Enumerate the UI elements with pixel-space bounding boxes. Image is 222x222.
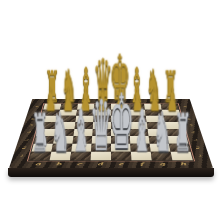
piece-silver-rook[interactable]: ♜ [31,107,48,160]
file-label-f: f [132,161,153,167]
file-label-d: d [90,161,111,167]
file-labels-near: abcdefgh [27,161,195,167]
square-a1[interactable]: ♜ [29,152,51,160]
piece-silver-knight[interactable]: ♞ [51,104,69,159]
file-label-a: a [27,161,49,167]
board-3d-wrapper: abcdefgh 87654321 87654321 ♜♞♝♛♚♝♞♜♟♟♟♟♟… [9,99,213,168]
square-b1[interactable]: ♞ [50,152,72,160]
file-label-g: g [152,161,174,167]
square-f1[interactable]: ♝ [131,152,152,160]
chess-set-photo: abcdefgh 87654321 87654321 ♜♞♝♛♚♝♞♜♟♟♟♟♟… [0,0,222,222]
square-h1[interactable]: ♜ [171,152,193,160]
square-e1[interactable]: ♚ [111,152,131,160]
file-label-h: h [173,161,195,167]
piece-silver-rook[interactable]: ♜ [174,107,191,160]
piece-silver-bishop[interactable]: ♝ [71,102,90,160]
piece-silver-king[interactable]: ♚ [109,84,134,160]
square-g1[interactable]: ♞ [151,152,173,160]
file-label-b: b [48,161,70,167]
rank-label-1: 1 [14,152,30,160]
rank-label-2: 2 [16,144,32,152]
piece-silver-knight[interactable]: ♞ [153,104,171,159]
chess-board: abcdefgh 87654321 87654321 ♜♞♝♛♚♝♞♜♟♟♟♟♟… [9,99,213,168]
file-label-e: e [111,161,132,167]
board-squares: ♜♞♝♛♚♝♞♜♟♟♟♟♟♟♟♟♟♟♟♟♟♟♟♟♜♞♝♛♚♝♞♜ [29,104,193,161]
piece-silver-bishop[interactable]: ♝ [132,102,151,160]
board-front-edge [8,168,214,177]
square-d1[interactable]: ♛ [91,152,111,160]
file-label-c: c [69,161,90,167]
square-c1[interactable]: ♝ [70,152,91,160]
rank-label-2: 2 [190,144,206,152]
rank-label-1: 1 [192,152,208,160]
